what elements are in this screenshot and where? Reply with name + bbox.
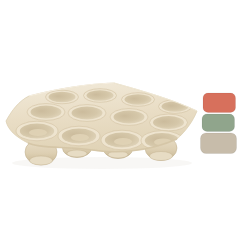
variant-swatches xyxy=(201,93,237,154)
cup xyxy=(68,105,106,122)
cup xyxy=(58,126,100,146)
product-image-canvas xyxy=(0,0,247,247)
cup xyxy=(84,89,117,103)
variant-swatch-coral[interactable] xyxy=(203,93,236,113)
cup xyxy=(16,121,58,141)
cup xyxy=(122,93,155,107)
cup xyxy=(150,114,188,131)
variant-swatch-beige[interactable] xyxy=(201,133,237,154)
cup xyxy=(46,90,79,104)
variant-swatch-green[interactable] xyxy=(202,114,235,132)
product-image xyxy=(0,0,247,247)
cup xyxy=(101,130,143,150)
muffin-pan-photo xyxy=(6,83,197,169)
cup xyxy=(110,109,148,126)
cup xyxy=(27,104,65,121)
